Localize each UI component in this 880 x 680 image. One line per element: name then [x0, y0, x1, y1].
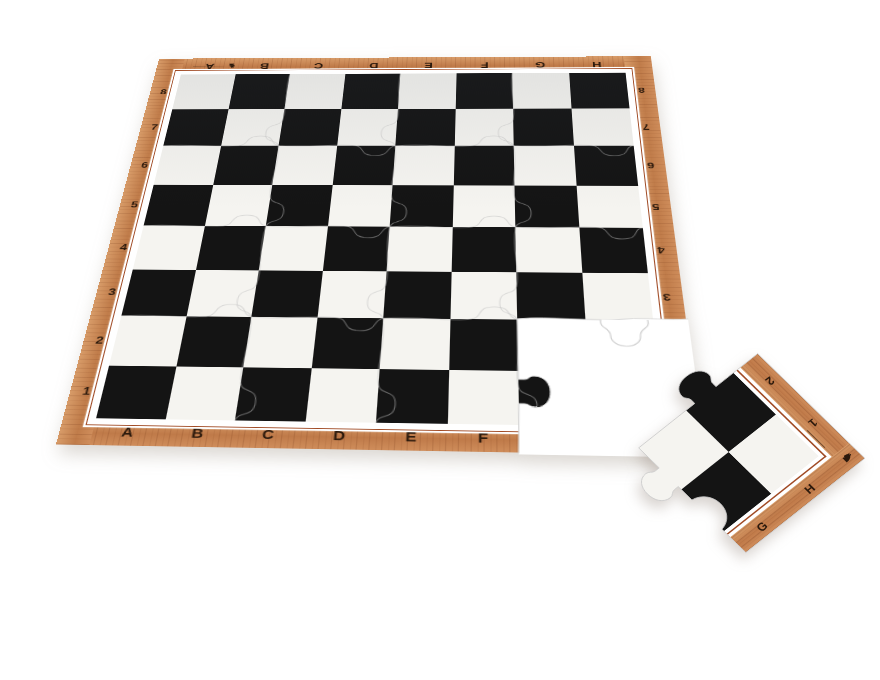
- chessboard-surface: ABCDEFGH ABCDEFGH 87654321 87654321 ♞: [56, 56, 704, 456]
- board-shadow-layer: ABCDEFGH ABCDEFGH 87654321 87654321 ♞: [0, 0, 880, 680]
- detached-piece-shadow: 2 1 G H ♞: [633, 357, 823, 547]
- missing-corner-overlay: [56, 56, 704, 456]
- chessboard: ABCDEFGH ABCDEFGH 87654321 87654321 ♞: [56, 56, 704, 456]
- product-photo-stage: ABCDEFGH ABCDEFGH 87654321 87654321 ♞: [0, 0, 880, 680]
